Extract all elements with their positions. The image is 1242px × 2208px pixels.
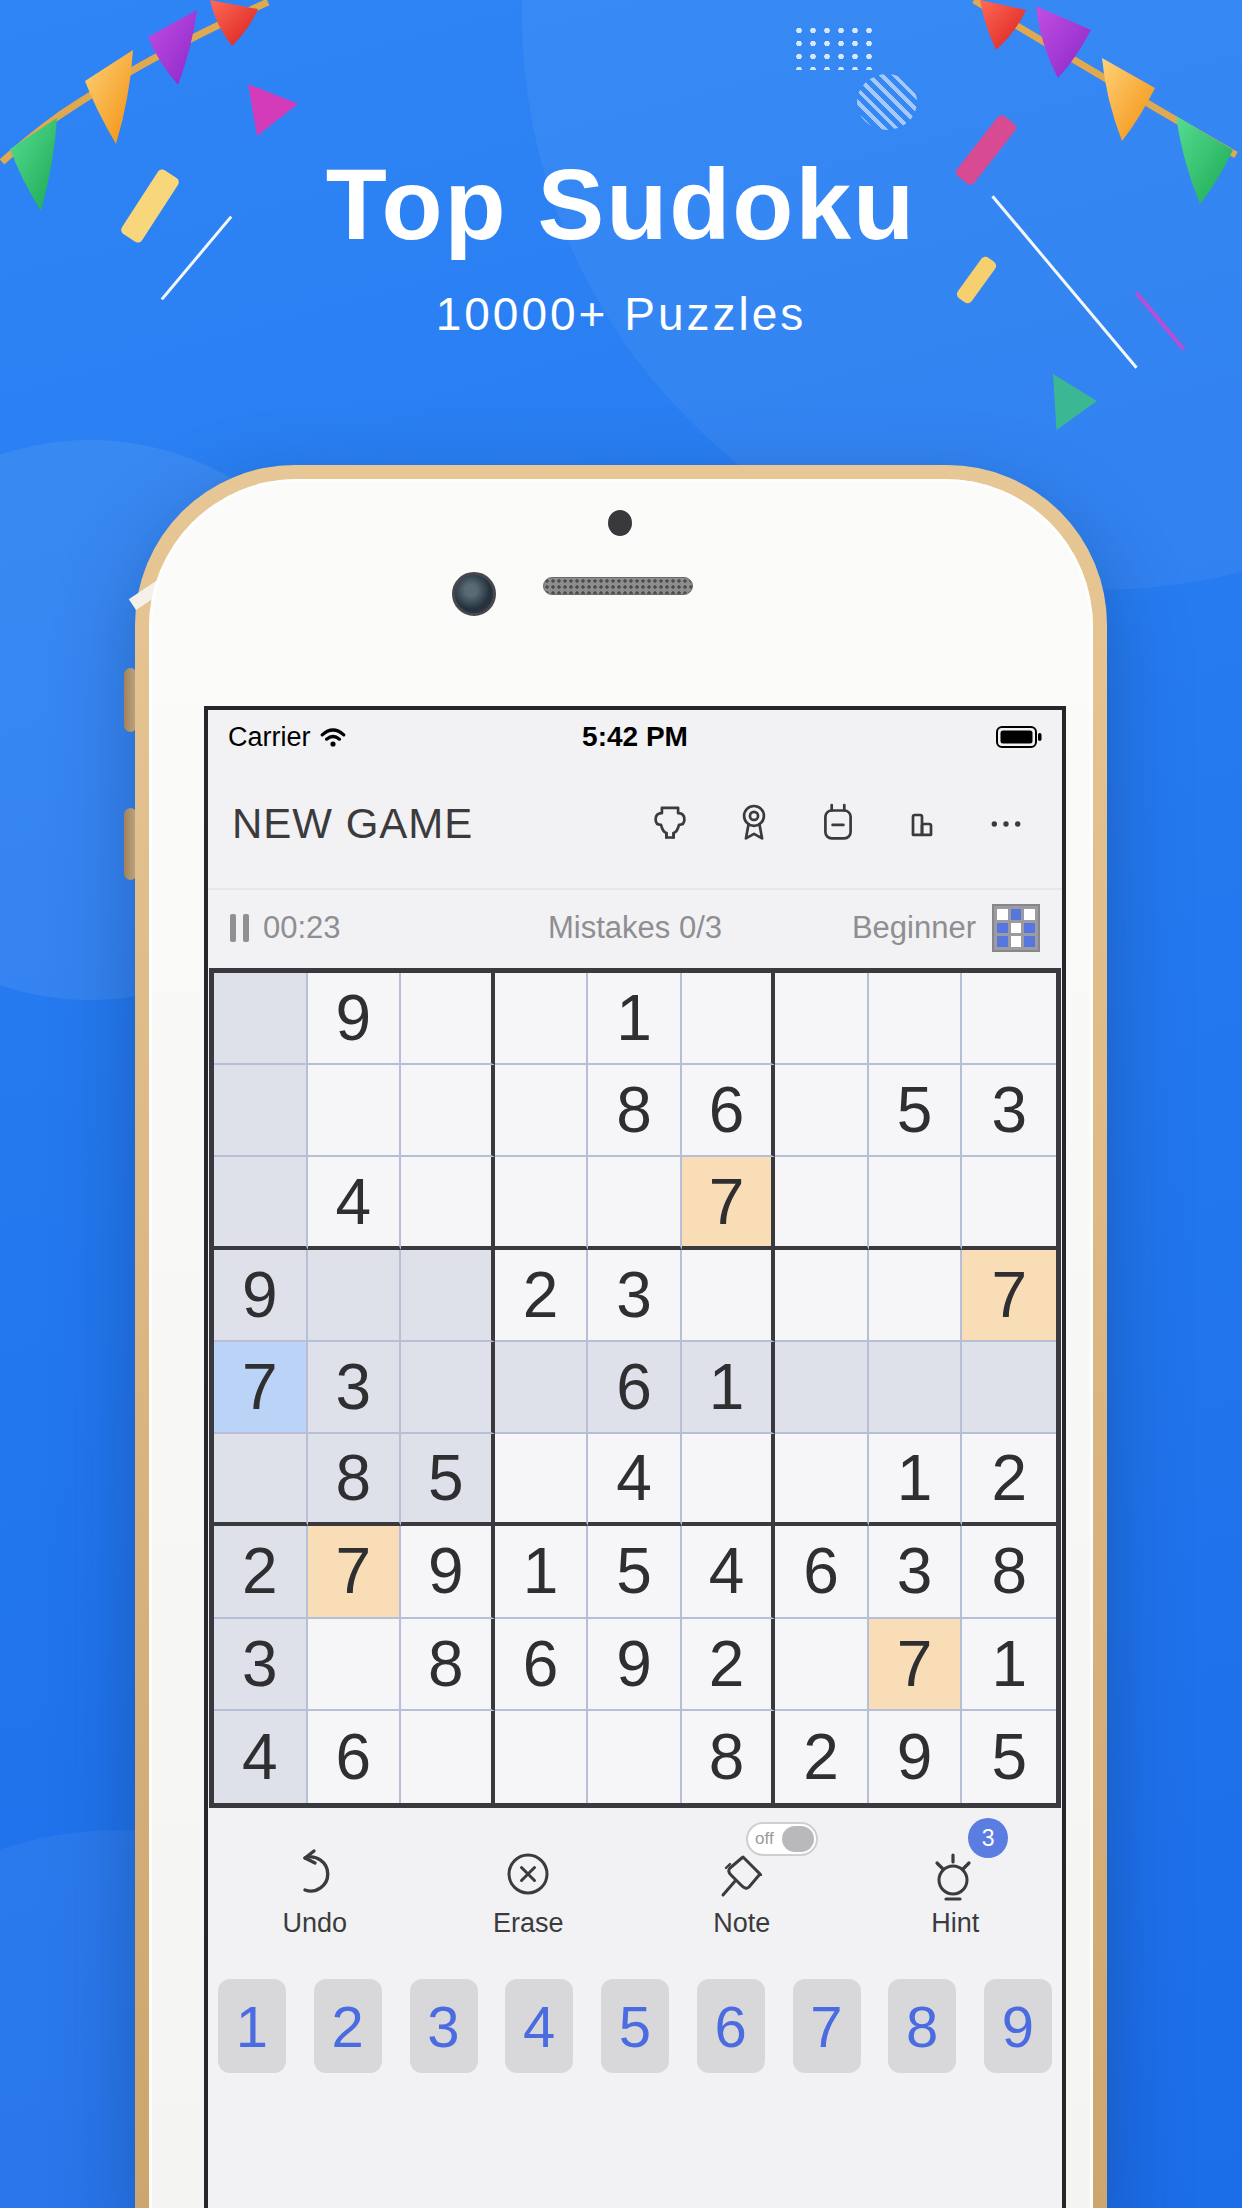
cell-r4c5[interactable]: 3 <box>588 1250 682 1342</box>
app-screen: Carrier 5:42 PM <box>204 706 1066 2208</box>
cell-r8c4[interactable]: 6 <box>495 1619 589 1711</box>
cell-r1c5[interactable]: 1 <box>588 973 682 1065</box>
cell-r1c4[interactable] <box>495 973 589 1065</box>
banner-subtitle: 10000+ Puzzles <box>0 287 1242 341</box>
cell-r3c3[interactable] <box>401 1157 495 1249</box>
cell-r3c4[interactable] <box>495 1157 589 1249</box>
cell-r9c7[interactable]: 2 <box>775 1711 869 1803</box>
cell-r5c2[interactable]: 3 <box>308 1342 402 1434</box>
cell-r9c6[interactable]: 8 <box>682 1711 776 1803</box>
cell-r8c9[interactable]: 1 <box>962 1619 1056 1711</box>
cell-r1c9[interactable] <box>962 973 1056 1065</box>
proximity-sensor <box>608 510 632 536</box>
cell-r3c8[interactable] <box>869 1157 963 1249</box>
cell-r5c1[interactable]: 7 <box>214 1342 308 1434</box>
cell-r4c9[interactable]: 7 <box>962 1250 1056 1342</box>
cell-r1c3[interactable] <box>401 973 495 1065</box>
tool-label: Hint <box>931 1908 979 1939</box>
cell-r9c4[interactable] <box>495 1711 589 1803</box>
cell-r8c5[interactable]: 9 <box>588 1619 682 1711</box>
cell-r7c8[interactable]: 3 <box>869 1526 963 1618</box>
cell-r8c1[interactable]: 3 <box>214 1619 308 1711</box>
info-bar: 00:23 Mistakes 0/3 Beginner <box>208 888 1062 966</box>
cell-r8c2[interactable] <box>308 1619 402 1711</box>
cell-r2c8[interactable]: 5 <box>869 1065 963 1157</box>
hint-button[interactable]: 3 Hint <box>849 1822 1063 1939</box>
cell-r5c4[interactable] <box>495 1342 589 1434</box>
cell-r7c5[interactable]: 5 <box>588 1526 682 1618</box>
sudoku-grid: 9186534792377361854122791546383869271468… <box>209 968 1061 1808</box>
cell-r3c1[interactable] <box>214 1157 308 1249</box>
striped-circle-decoration <box>857 74 917 130</box>
cell-r4c2[interactable] <box>308 1250 402 1342</box>
phone-mockup: Carrier 5:42 PM <box>135 465 1107 2208</box>
front-camera <box>452 572 496 616</box>
phone-face: Carrier 5:42 PM <box>149 479 1093 2208</box>
cell-r2c5[interactable]: 8 <box>588 1065 682 1157</box>
cell-r7c1[interactable]: 2 <box>214 1526 308 1618</box>
dot-pattern-decoration <box>792 24 872 70</box>
cell-r6c3[interactable]: 5 <box>401 1434 495 1526</box>
numpad-key-9[interactable]: 9 <box>984 1979 1052 2073</box>
cell-r2c4[interactable] <box>495 1065 589 1157</box>
app-store-screenshot: { "banner": { "title": "Top Sudoku", "su… <box>0 0 1242 2208</box>
cell-r6c9[interactable]: 2 <box>962 1434 1056 1526</box>
cell-r2c7[interactable] <box>775 1065 869 1157</box>
cell-r2c1[interactable] <box>214 1065 308 1157</box>
clock: 5:42 PM <box>208 721 1062 753</box>
cell-r5c6[interactable]: 1 <box>682 1342 776 1434</box>
cell-r7c3[interactable]: 9 <box>401 1526 495 1618</box>
erase-button[interactable]: Erase <box>422 1822 636 1939</box>
cell-r7c4[interactable]: 1 <box>495 1526 589 1618</box>
cell-r8c3[interactable]: 8 <box>401 1619 495 1711</box>
mistakes-counter: Mistakes 0/3 <box>208 910 1062 946</box>
numpad-key-2[interactable]: 2 <box>314 1979 382 2073</box>
cell-r8c7[interactable] <box>775 1619 869 1711</box>
cell-r1c1[interactable] <box>214 973 308 1065</box>
medal-icon[interactable] <box>722 795 786 853</box>
cell-r6c4[interactable] <box>495 1434 589 1526</box>
numpad-key-3[interactable]: 3 <box>410 1979 478 2073</box>
numpad-key-1[interactable]: 1 <box>218 1979 286 2073</box>
tool-label: Erase <box>493 1908 564 1939</box>
tool-label: Undo <box>282 1908 347 1939</box>
cell-r5c9[interactable] <box>962 1342 1056 1434</box>
toggle-knob <box>782 1826 814 1852</box>
cell-r5c7[interactable] <box>775 1342 869 1434</box>
more-icon[interactable] <box>974 795 1038 853</box>
cell-r5c5[interactable]: 6 <box>588 1342 682 1434</box>
tool-label: Note <box>713 1908 770 1939</box>
undo-button[interactable]: Undo <box>208 1822 422 1939</box>
cell-r6c5[interactable]: 4 <box>588 1434 682 1526</box>
note-toggle[interactable]: off <box>746 1822 818 1856</box>
numpad-key-6[interactable]: 6 <box>697 1979 765 2073</box>
cell-r3c5[interactable] <box>588 1157 682 1249</box>
cell-r9c8[interactable]: 9 <box>869 1711 963 1803</box>
cell-r9c5[interactable] <box>588 1711 682 1803</box>
cell-r4c3[interactable] <box>401 1250 495 1342</box>
cell-r9c9[interactable]: 5 <box>962 1711 1056 1803</box>
cell-r9c3[interactable] <box>401 1711 495 1803</box>
banner: Top Sudoku 10000+ Puzzles <box>0 152 1242 341</box>
cell-r4c8[interactable] <box>869 1250 963 1342</box>
cell-r2c2[interactable] <box>308 1065 402 1157</box>
cell-r6c6[interactable] <box>682 1434 776 1526</box>
erase-icon <box>497 1844 559 1904</box>
cell-r3c6[interactable]: 7 <box>682 1157 776 1249</box>
toolbar: Undo Erase off <box>208 1822 1062 1939</box>
earpiece-speaker <box>543 577 693 595</box>
numpad-key-8[interactable]: 8 <box>888 1979 956 2073</box>
cell-r3c7[interactable] <box>775 1157 869 1249</box>
cell-r7c2[interactable]: 7 <box>308 1526 402 1618</box>
cell-r3c9[interactable] <box>962 1157 1056 1249</box>
cell-r4c1[interactable]: 9 <box>214 1250 308 1342</box>
cell-r9c2[interactable]: 6 <box>308 1711 402 1803</box>
cell-r6c7[interactable] <box>775 1434 869 1526</box>
cell-r2c3[interactable] <box>401 1065 495 1157</box>
page-title: NEW GAME <box>232 800 473 848</box>
note-toggle-state: off <box>755 1829 774 1849</box>
cell-r1c6[interactable] <box>682 973 776 1065</box>
cell-r5c8[interactable] <box>869 1342 963 1434</box>
cell-r8c8[interactable]: 7 <box>869 1619 963 1711</box>
note-button[interactable]: off Note <box>635 1822 849 1939</box>
cell-r7c7[interactable]: 6 <box>775 1526 869 1618</box>
undo-icon <box>284 1844 346 1904</box>
cell-r8c6[interactable]: 2 <box>682 1619 776 1711</box>
status-bar: Carrier 5:42 PM <box>208 710 1062 760</box>
cell-r1c2[interactable]: 9 <box>308 973 402 1065</box>
app-header: NEW GAME <box>208 760 1062 888</box>
cell-r2c6[interactable]: 6 <box>682 1065 776 1157</box>
cell-r4c4[interactable]: 2 <box>495 1250 589 1342</box>
cell-r7c9[interactable]: 8 <box>962 1526 1056 1618</box>
numpad-key-7[interactable]: 7 <box>793 1979 861 2073</box>
trophy-icon[interactable] <box>638 795 702 853</box>
cell-r2c9[interactable]: 3 <box>962 1065 1056 1157</box>
cell-r9c1[interactable]: 4 <box>214 1711 308 1803</box>
cell-r4c6[interactable] <box>682 1250 776 1342</box>
hint-count-badge: 3 <box>968 1818 1008 1858</box>
cell-r1c8[interactable] <box>869 973 963 1065</box>
number-pad: 123456789 <box>208 1979 1062 2073</box>
daily-challenge-icon[interactable] <box>806 795 870 853</box>
cell-r5c3[interactable] <box>401 1342 495 1434</box>
banner-title: Top Sudoku <box>0 152 1242 257</box>
statistics-icon[interactable] <box>890 795 954 853</box>
cell-r7c6[interactable]: 4 <box>682 1526 776 1618</box>
numpad-key-5[interactable]: 5 <box>601 1979 669 2073</box>
numpad-key-4[interactable]: 4 <box>505 1979 573 2073</box>
cell-r6c1[interactable] <box>214 1434 308 1526</box>
cell-r4c7[interactable] <box>775 1250 869 1342</box>
cell-r1c7[interactable] <box>775 973 869 1065</box>
cell-r6c8[interactable]: 1 <box>869 1434 963 1526</box>
cell-r6c2[interactable]: 8 <box>308 1434 402 1526</box>
cell-r3c2[interactable]: 4 <box>308 1157 402 1249</box>
